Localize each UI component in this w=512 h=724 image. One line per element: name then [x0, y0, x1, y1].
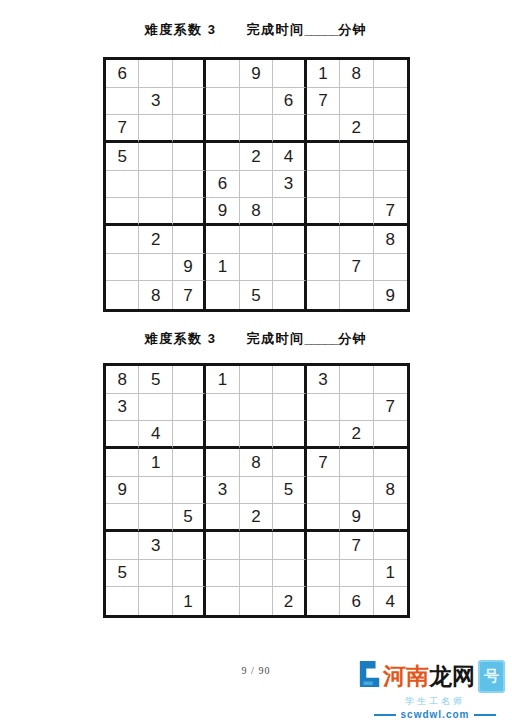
sudoku1-cell-r5c8 [340, 171, 373, 199]
sudoku2-cell-r5c3 [173, 477, 206, 505]
sudoku2-cell-r2c5 [240, 394, 273, 422]
sudoku2-cell-r3c3 [173, 421, 206, 449]
sudoku1-cell-r2c9 [374, 88, 407, 116]
watermark-brand-part2: 龙网 [429, 663, 475, 689]
sudoku1-cell-r9c6 [273, 281, 306, 309]
sudoku-grid-2: 85133742187935852937511264 [103, 363, 410, 618]
sudoku1-cell-r5c4: 6 [206, 171, 239, 199]
sudoku-grid-1: 69183677252463987289178759 [103, 57, 410, 312]
sudoku2-cell-r6c7 [307, 504, 340, 532]
sudoku2-cell-r1c4: 1 [206, 366, 239, 394]
sudoku2-cell-r1c9 [374, 366, 407, 394]
sudoku2-cell-r7c4 [206, 532, 239, 560]
puzzle2-time-unit: 分钟 [338, 331, 367, 346]
sudoku1-cell-r2c3 [173, 88, 206, 116]
sudoku1-cell-r2c8 [340, 88, 373, 116]
sudoku2-cell-r5c7 [307, 477, 340, 505]
sudoku1-cell-r4c4 [206, 143, 239, 171]
sudoku1-cell-r9c1 [106, 281, 139, 309]
sudoku1-cell-r1c7: 1 [307, 60, 340, 88]
sudoku2-cell-r6c9 [374, 504, 407, 532]
sudoku1-cell-r3c9 [374, 115, 407, 143]
sudoku1-cell-r1c3 [173, 60, 206, 88]
sudoku2-cell-r1c3 [173, 366, 206, 394]
sudoku1-cell-r5c1 [106, 171, 139, 199]
puzzle2-title: 难度系数 3完成时间_____分钟 [0, 330, 512, 348]
sudoku1-cell-r8c9 [374, 254, 407, 282]
sudoku1-cell-r8c8: 7 [340, 254, 373, 282]
sudoku2-cell-r4c6 [273, 449, 306, 477]
sudoku2-cell-r7c9 [374, 532, 407, 560]
sudoku2-cell-r4c2: 1 [139, 449, 172, 477]
sudoku2-cell-r8c9: 1 [374, 560, 407, 588]
sudoku2-cell-r2c9: 7 [374, 394, 407, 422]
sudoku1-cell-r5c5 [240, 171, 273, 199]
sudoku2-cell-r5c6: 5 [273, 477, 306, 505]
sudoku1-cell-r7c7 [307, 226, 340, 254]
sudoku2-cell-r4c7: 7 [307, 449, 340, 477]
sudoku1-cell-r7c8 [340, 226, 373, 254]
sudoku2-cell-r5c4: 3 [206, 477, 239, 505]
sudoku1-cell-r9c7 [307, 281, 340, 309]
sudoku1-cell-r4c3 [173, 143, 206, 171]
sudoku1-cell-r3c2 [139, 115, 172, 143]
sudoku2-cell-r8c5 [240, 560, 273, 588]
sudoku2-cell-r9c5 [240, 587, 273, 615]
sudoku1-cell-r3c8: 2 [340, 115, 373, 143]
watermark-dash-left [374, 714, 396, 716]
watermark-url: scwdwl.com [401, 709, 470, 720]
sudoku1-cell-r7c3 [173, 226, 206, 254]
sudoku2-cell-r3c4 [206, 421, 239, 449]
sudoku2-cell-r8c1: 5 [106, 560, 139, 588]
sudoku1-cell-r6c9: 7 [374, 198, 407, 226]
sudoku2-cell-r1c2: 5 [139, 366, 172, 394]
sudoku2-cell-r3c5 [240, 421, 273, 449]
watermark-logo-icon [358, 659, 382, 693]
sudoku2-cell-r3c8: 2 [340, 421, 373, 449]
sudoku2-cell-r1c6 [273, 366, 306, 394]
sudoku2-cell-r4c4 [206, 449, 239, 477]
sudoku2-cell-r2c8 [340, 394, 373, 422]
sudoku2-cell-r8c6 [273, 560, 306, 588]
watermark-url-row: scwdwl.com [358, 708, 512, 721]
sudoku1-cell-r2c5 [240, 88, 273, 116]
sudoku2-cell-r5c5 [240, 477, 273, 505]
sudoku2-cell-r9c2 [139, 587, 172, 615]
sudoku2-cell-r7c5 [240, 532, 273, 560]
sudoku1-cell-r1c9 [374, 60, 407, 88]
sudoku2-cell-r1c7: 3 [307, 366, 340, 394]
sudoku2-cell-r6c5: 2 [240, 504, 273, 532]
sudoku1-cell-r5c3 [173, 171, 206, 199]
sudoku1-cell-r9c8 [340, 281, 373, 309]
sudoku2-cell-r6c1 [106, 504, 139, 532]
sudoku1-cell-r3c7 [307, 115, 340, 143]
sudoku2-cell-r8c4 [206, 560, 239, 588]
sudoku2-cell-r4c1 [106, 449, 139, 477]
sudoku1-cell-r8c4: 1 [206, 254, 239, 282]
sudoku2-cell-r7c1 [106, 532, 139, 560]
sudoku2-cell-r7c6 [273, 532, 306, 560]
sudoku1-cell-r4c7 [307, 143, 340, 171]
sudoku1-cell-r9c5: 5 [240, 281, 273, 309]
sudoku2-cell-r6c8: 9 [340, 504, 373, 532]
sudoku2-cell-r8c2 [139, 560, 172, 588]
sudoku2-cell-r7c7 [307, 532, 340, 560]
watermark-brand-row: 河南龙网 号 [358, 657, 512, 695]
worksheet-page: 难度系数 3完成时间_____分钟 6918367725246398728917… [0, 0, 512, 724]
sudoku2-cell-r9c7 [307, 587, 340, 615]
sudoku1-cell-r9c4 [206, 281, 239, 309]
watermark-tagline: 学生工名师 [358, 695, 512, 708]
sudoku1-cell-r6c5: 8 [240, 198, 273, 226]
sudoku2-cell-r3c9 [374, 421, 407, 449]
sudoku2-cell-r5c1: 9 [106, 477, 139, 505]
sudoku2-cell-r9c6: 2 [273, 587, 306, 615]
watermark-dash-right [474, 714, 496, 716]
sudoku1-cell-r4c6: 4 [273, 143, 306, 171]
sudoku1-cell-r6c3 [173, 198, 206, 226]
sudoku1-cell-r7c1 [106, 226, 139, 254]
sudoku1-cell-r8c2 [139, 254, 172, 282]
sudoku2-cell-r9c1 [106, 587, 139, 615]
sudoku1-cell-r7c6 [273, 226, 306, 254]
sudoku2-cell-r2c1: 3 [106, 394, 139, 422]
sudoku1-cell-r3c5 [240, 115, 273, 143]
sudoku1-cell-r2c1 [106, 88, 139, 116]
sudoku1-cell-r1c1: 6 [106, 60, 139, 88]
sudoku2-cell-r2c7 [307, 394, 340, 422]
sudoku1-cell-r2c7: 7 [307, 88, 340, 116]
sudoku1-cell-r7c4 [206, 226, 239, 254]
sudoku1-cell-r4c1: 5 [106, 143, 139, 171]
sudoku1-cell-r7c2: 2 [139, 226, 172, 254]
sudoku2-cell-r9c8: 6 [340, 587, 373, 615]
sudoku2-cell-r9c3: 1 [173, 587, 206, 615]
sudoku2-cell-r2c2 [139, 394, 172, 422]
sudoku1-cell-r6c6 [273, 198, 306, 226]
sudoku2-cell-r1c5 [240, 366, 273, 394]
sudoku1-cell-r6c1 [106, 198, 139, 226]
watermark-brand-part1: 河南 [383, 663, 429, 689]
sudoku2-cell-r2c4 [206, 394, 239, 422]
sudoku2-cell-r7c3 [173, 532, 206, 560]
sudoku1-cell-r2c4 [206, 88, 239, 116]
sudoku1-cell-r9c2: 8 [139, 281, 172, 309]
sudoku1-cell-r5c2 [139, 171, 172, 199]
sudoku2-cell-r5c2 [139, 477, 172, 505]
sudoku1-cell-r1c4 [206, 60, 239, 88]
sudoku1-cell-r8c3: 9 [173, 254, 206, 282]
sudoku2-cell-r1c8 [340, 366, 373, 394]
sudoku1-cell-r4c9 [374, 143, 407, 171]
sudoku1-cell-r6c4: 9 [206, 198, 239, 226]
sudoku1-cell-r4c2 [139, 143, 172, 171]
sudoku1-cell-r8c7 [307, 254, 340, 282]
sudoku2-cell-r6c4 [206, 504, 239, 532]
sudoku1-cell-r7c5 [240, 226, 273, 254]
sudoku1-cell-r6c7 [307, 198, 340, 226]
sudoku2-cell-r4c9 [374, 449, 407, 477]
sudoku2-cell-r5c9: 8 [374, 477, 407, 505]
sudoku2-cell-r4c8 [340, 449, 373, 477]
sudoku1-cell-r9c3: 7 [173, 281, 206, 309]
sudoku1-cell-r1c8: 8 [340, 60, 373, 88]
sudoku2-cell-r8c3 [173, 560, 206, 588]
sudoku2-cell-r8c8 [340, 560, 373, 588]
sudoku2-cell-r8c7 [307, 560, 340, 588]
sudoku2-cell-r1c1: 8 [106, 366, 139, 394]
sudoku1-cell-r2c2: 3 [139, 88, 172, 116]
sudoku1-cell-r1c2 [139, 60, 172, 88]
sudoku2-cell-r9c9: 4 [374, 587, 407, 615]
watermark-seal-icon: 号 [478, 660, 505, 693]
sudoku2-cell-r2c6 [273, 394, 306, 422]
site-watermark: 河南龙网 号 学生工名师 scwdwl.com [358, 657, 512, 723]
sudoku1-cell-r8c5 [240, 254, 273, 282]
sudoku1-cell-r7c9: 8 [374, 226, 407, 254]
sudoku2-cell-r4c5: 8 [240, 449, 273, 477]
sudoku2-cell-r7c2: 3 [139, 532, 172, 560]
sudoku2-cell-r5c8 [340, 477, 373, 505]
sudoku1-cell-r6c2 [139, 198, 172, 226]
sudoku2-cell-r2c3 [173, 394, 206, 422]
puzzle1-time-unit: 分钟 [338, 22, 367, 37]
puzzle2-time-label: 完成时间 [247, 331, 305, 346]
sudoku1-cell-r3c4 [206, 115, 239, 143]
puzzle1-time-label: 完成时间 [247, 22, 305, 37]
sudoku1-cell-r4c8 [340, 143, 373, 171]
puzzle2-time-blank: _____ [305, 331, 339, 346]
sudoku1-cell-r8c6 [273, 254, 306, 282]
puzzle1-difficulty-label: 难度系数 3 [145, 22, 217, 37]
sudoku1-cell-r3c3 [173, 115, 206, 143]
sudoku1-cell-r4c5: 2 [240, 143, 273, 171]
sudoku1-cell-r9c9: 9 [374, 281, 407, 309]
sudoku1-cell-r5c9 [374, 171, 407, 199]
sudoku1-cell-r2c6: 6 [273, 88, 306, 116]
watermark-brand-text: 河南龙网 [383, 665, 475, 688]
sudoku1-cell-r6c8 [340, 198, 373, 226]
sudoku2-cell-r3c1 [106, 421, 139, 449]
puzzle2-difficulty-label: 难度系数 3 [145, 331, 217, 346]
sudoku1-cell-r3c1: 7 [106, 115, 139, 143]
sudoku2-cell-r3c7 [307, 421, 340, 449]
sudoku2-cell-r9c4 [206, 587, 239, 615]
sudoku2-cell-r6c6 [273, 504, 306, 532]
sudoku1-cell-r5c6: 3 [273, 171, 306, 199]
sudoku2-cell-r4c3 [173, 449, 206, 477]
puzzle1-title: 难度系数 3完成时间_____分钟 [0, 21, 512, 39]
sudoku1-cell-r5c7 [307, 171, 340, 199]
sudoku1-cell-r1c5: 9 [240, 60, 273, 88]
sudoku2-cell-r6c2 [139, 504, 172, 532]
sudoku2-cell-r3c6 [273, 421, 306, 449]
puzzle1-time-blank: _____ [305, 22, 339, 37]
sudoku1-cell-r1c6 [273, 60, 306, 88]
sudoku2-cell-r6c3: 5 [173, 504, 206, 532]
sudoku2-cell-r3c2: 4 [139, 421, 172, 449]
sudoku1-cell-r8c1 [106, 254, 139, 282]
sudoku1-cell-r3c6 [273, 115, 306, 143]
sudoku2-cell-r7c8: 7 [340, 532, 373, 560]
